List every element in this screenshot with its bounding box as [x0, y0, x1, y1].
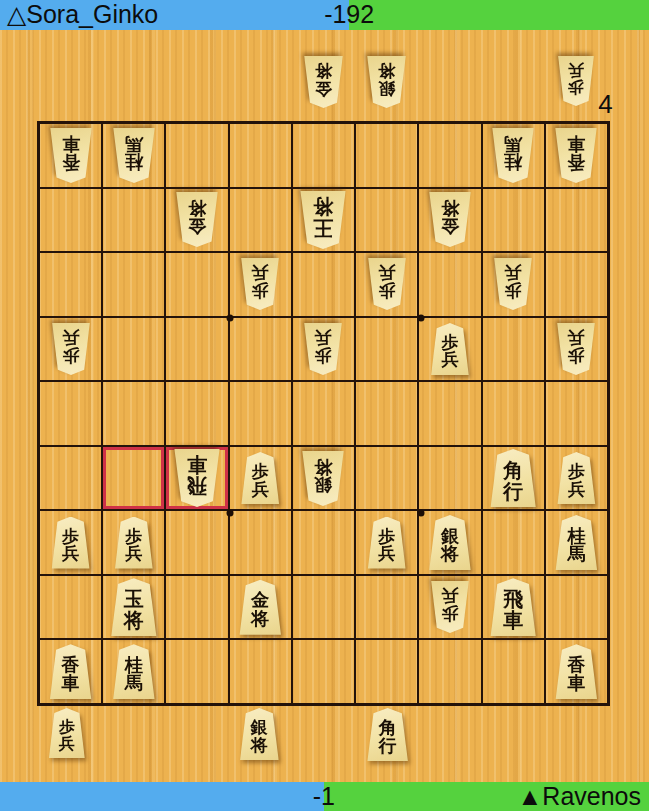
board-cell[interactable]: [545, 252, 608, 317]
piece-kanji: 馬: [125, 134, 143, 152]
piece-sente-pawn[interactable]: 歩兵: [51, 517, 91, 569]
piece-kanji: 金: [315, 80, 332, 97]
piece-kanji: 兵: [568, 481, 585, 498]
gote-player-name: △Sora_Ginko: [7, 0, 158, 29]
piece-face: 飛車: [489, 578, 537, 636]
board-cell[interactable]: [545, 381, 608, 446]
piece-gote-king[interactable]: 王将: [299, 191, 347, 249]
board-cell[interactable]: 香車: [545, 123, 608, 188]
sente-hand-piece-bishop[interactable]: 角行: [366, 708, 409, 761]
board-cell[interactable]: [39, 252, 102, 317]
board-cell[interactable]: 銀将: [418, 510, 481, 575]
piece-face: 金将: [238, 580, 282, 635]
sente-hand-piece-silver[interactable]: 銀将: [239, 708, 280, 760]
board-cell[interactable]: [482, 188, 545, 253]
piece-kanji: 将: [313, 197, 333, 217]
piece-kanji: 歩: [252, 282, 269, 299]
board-cell[interactable]: 歩兵: [545, 317, 608, 382]
piece-sente-pawn[interactable]: 歩兵: [430, 323, 470, 375]
piece-kanji: 歩: [378, 528, 395, 545]
piece-face: 飛車: [173, 449, 221, 507]
piece-face: 歩兵: [51, 517, 91, 569]
piece-kanji: 香: [567, 656, 585, 674]
gote-hand-piece-gold[interactable]: 金将: [303, 56, 344, 108]
piece-kanji: 角: [503, 460, 523, 480]
piece-face: 香車: [49, 128, 93, 183]
piece-kanji: 兵: [568, 62, 584, 78]
piece-gote-knight[interactable]: 桂馬: [112, 128, 156, 183]
board-cell[interactable]: [229, 188, 292, 253]
board-cell[interactable]: [229, 123, 292, 188]
board-cell[interactable]: [355, 188, 418, 253]
piece-kanji: 銀: [441, 527, 459, 545]
piece-face: 歩兵: [430, 581, 470, 633]
board-cell[interactable]: [165, 381, 228, 446]
board-cell[interactable]: [418, 123, 481, 188]
piece-gote-gold[interactable]: 金将: [175, 192, 219, 247]
piece-face: 金将: [175, 192, 219, 247]
piece-kanji: 馬: [504, 134, 522, 152]
piece-kanji: 車: [503, 610, 523, 630]
piece-face: 桂馬: [491, 128, 535, 183]
piece-gote-rook[interactable]: 飛車: [173, 449, 221, 507]
board-cell[interactable]: [229, 510, 292, 575]
piece-kanji: 兵: [441, 587, 458, 604]
board-cell[interactable]: [165, 510, 228, 575]
board-cell[interactable]: [165, 639, 228, 704]
hoshi-dot: [418, 510, 425, 517]
piece-kanji: 兵: [378, 265, 395, 282]
sente-player-name: ▲Ravenos: [518, 782, 641, 811]
board-cell[interactable]: [165, 317, 228, 382]
piece-face: 角行: [366, 708, 409, 761]
piece-kanji: 兵: [62, 545, 79, 562]
piece-face: 歩兵: [48, 708, 86, 758]
piece-kanji: 兵: [125, 545, 142, 562]
piece-face: 歩兵: [240, 258, 280, 310]
piece-kanji: 金: [441, 217, 459, 235]
piece-face: 桂馬: [112, 128, 156, 183]
piece-kanji: 車: [567, 134, 585, 152]
piece-kanji: 兵: [505, 265, 522, 282]
piece-gote-silver[interactable]: 銀将: [366, 56, 407, 108]
piece-sente-pawn[interactable]: 歩兵: [556, 452, 596, 504]
board-cell[interactable]: [355, 317, 418, 382]
piece-gote-gold[interactable]: 金将: [428, 192, 472, 247]
piece-kanji: 香: [567, 153, 585, 171]
piece-kanji: 車: [187, 455, 207, 475]
board-cell[interactable]: [102, 188, 165, 253]
board-cell[interactable]: [165, 575, 228, 640]
piece-kanji: 歩: [315, 346, 332, 363]
piece-kanji: 歩: [505, 282, 522, 299]
piece-face: 歩兵: [557, 56, 595, 106]
board-cell[interactable]: [39, 446, 102, 511]
board-cell[interactable]: 歩兵: [229, 252, 292, 317]
piece-kanji: 桂: [567, 527, 585, 545]
piece-kanji: 歩: [125, 528, 142, 545]
piece-gote-gold[interactable]: 金将: [303, 56, 344, 108]
piece-kanji: 将: [441, 545, 459, 563]
piece-kanji: 飛: [187, 476, 207, 496]
piece-kanji: 将: [314, 457, 332, 475]
piece-sente-silver[interactable]: 銀将: [428, 515, 472, 570]
piece-kanji: 兵: [315, 329, 332, 346]
piece-kanji: 車: [62, 674, 80, 692]
piece-kanji: 歩: [441, 334, 458, 351]
board-cell[interactable]: [545, 575, 608, 640]
board-cell[interactable]: [418, 252, 481, 317]
board-cell[interactable]: 香車: [39, 639, 102, 704]
board-cell[interactable]: 歩兵: [292, 317, 355, 382]
piece-sente-rook[interactable]: 飛車: [489, 578, 537, 636]
board-cell[interactable]: [355, 575, 418, 640]
board-cell[interactable]: 王将: [292, 188, 355, 253]
board-cell[interactable]: [418, 446, 481, 511]
board-cell[interactable]: 金将: [418, 188, 481, 253]
piece-sente-knight[interactable]: 桂馬: [554, 515, 598, 570]
board-cell[interactable]: 歩兵: [355, 252, 418, 317]
board-cell[interactable]: [292, 123, 355, 188]
board-cell[interactable]: [229, 317, 292, 382]
piece-face: 香車: [554, 128, 598, 183]
board-cell[interactable]: 角行: [482, 446, 545, 511]
board-cell[interactable]: [355, 381, 418, 446]
piece-face: 香車: [554, 644, 598, 699]
piece-kanji: 将: [315, 62, 332, 79]
piece-kanji: 銀: [378, 80, 395, 97]
board-cell[interactable]: [355, 639, 418, 704]
piece-face: 歩兵: [556, 323, 596, 375]
board-cell[interactable]: [229, 381, 292, 446]
piece-face: 歩兵: [430, 323, 470, 375]
board-cell[interactable]: 歩兵: [39, 317, 102, 382]
board-cell[interactable]: 桂馬: [102, 639, 165, 704]
piece-face: 歩兵: [51, 323, 91, 375]
piece-kanji: 歩: [378, 282, 395, 299]
sente-hand-piece-pawn[interactable]: 歩兵: [48, 708, 86, 758]
board-cell[interactable]: 飛車: [482, 575, 545, 640]
piece-kanji: 将: [188, 199, 206, 217]
piece-face: 王将: [299, 191, 347, 249]
piece-gote-silver[interactable]: 銀将: [301, 451, 345, 506]
piece-kanji: 銀: [251, 719, 268, 736]
piece-kanji: 金: [188, 217, 206, 235]
board-cell[interactable]: [102, 252, 165, 317]
sente-eval-score: -1: [313, 782, 335, 811]
board-cell[interactable]: 銀将: [292, 446, 355, 511]
board-cell[interactable]: [292, 639, 355, 704]
board-cell[interactable]: [292, 510, 355, 575]
board-cell[interactable]: [39, 381, 102, 446]
board-cell[interactable]: 歩兵: [102, 510, 165, 575]
board-cell[interactable]: 金将: [229, 575, 292, 640]
board-cell[interactable]: [292, 252, 355, 317]
piece-kanji: 飛: [503, 589, 523, 609]
piece-sente-pawn[interactable]: 歩兵: [367, 517, 407, 569]
piece-kanji: 桂: [125, 153, 143, 171]
piece-gote-pawn[interactable]: 歩兵: [51, 323, 91, 375]
piece-sente-silver[interactable]: 銀将: [239, 708, 280, 760]
board-cell[interactable]: 歩兵: [418, 317, 481, 382]
board-cell[interactable]: 歩兵: [418, 575, 481, 640]
piece-kanji: 歩: [568, 463, 585, 480]
piece-gote-pawn[interactable]: 歩兵: [430, 581, 470, 633]
piece-kanji: 将: [441, 199, 459, 217]
piece-kanji: 歩: [568, 346, 585, 363]
board-cell[interactable]: 玉将: [102, 575, 165, 640]
piece-face: 歩兵: [114, 517, 154, 569]
board-cell[interactable]: 香車: [39, 123, 102, 188]
piece-kanji: 歩: [59, 719, 75, 735]
board-cell[interactable]: 桂馬: [102, 123, 165, 188]
sente-eval-bar: ▲Ravenos -1: [0, 782, 649, 811]
piece-sente-lance[interactable]: 香車: [554, 644, 598, 699]
piece-kanji: 馬: [567, 545, 585, 563]
piece-kanji: 将: [124, 610, 144, 630]
piece-sente-bishop[interactable]: 角行: [366, 708, 409, 761]
piece-face: 銀将: [301, 451, 345, 506]
piece-kanji: 行: [379, 737, 397, 755]
piece-face: 歩兵: [240, 452, 280, 504]
board-cell[interactable]: 歩兵: [229, 446, 292, 511]
piece-kanji: 馬: [125, 674, 143, 692]
piece-kanji: 兵: [62, 329, 79, 346]
piece-kanji: 桂: [504, 153, 522, 171]
piece-kanji: 香: [62, 656, 80, 674]
piece-kanji: 将: [378, 62, 395, 79]
piece-sente-pawn[interactable]: 歩兵: [114, 517, 154, 569]
piece-kanji: 桂: [125, 656, 143, 674]
board-cell[interactable]: [229, 639, 292, 704]
piece-face: 歩兵: [303, 323, 343, 375]
piece-kanji: 歩: [252, 463, 269, 480]
board-cell[interactable]: [482, 317, 545, 382]
piece-kanji: 兵: [252, 265, 269, 282]
board-cell[interactable]: [482, 639, 545, 704]
piece-face: 歩兵: [493, 258, 533, 310]
board-cell[interactable]: 金将: [165, 188, 228, 253]
board-cell[interactable]: [355, 446, 418, 511]
piece-face: 桂馬: [554, 515, 598, 570]
piece-sente-bishop[interactable]: 角行: [489, 449, 537, 507]
piece-kanji: 王: [313, 217, 333, 237]
piece-kanji: 兵: [252, 481, 269, 498]
piece-gote-pawn[interactable]: 歩兵: [493, 258, 533, 310]
piece-gote-pawn[interactable]: 歩兵: [303, 323, 343, 375]
piece-kanji: 車: [62, 134, 80, 152]
hoshi-dot: [227, 315, 234, 322]
gote-eval-score: -192: [324, 0, 374, 29]
piece-sente-pawn[interactable]: 歩兵: [48, 708, 86, 758]
piece-sente-gold[interactable]: 金将: [238, 580, 282, 635]
board-cell[interactable]: 香車: [545, 639, 608, 704]
piece-face: 歩兵: [556, 452, 596, 504]
piece-face: 金将: [428, 192, 472, 247]
gote-eval-bar: △Sora_Ginko -192: [0, 0, 649, 30]
shogi-board: 香車桂馬桂馬香車金将王将金将歩兵歩兵歩兵歩兵歩兵歩兵歩兵飛車歩兵銀将角行歩兵歩兵…: [37, 121, 610, 706]
piece-kanji: 角: [379, 719, 397, 737]
board-cell[interactable]: [482, 510, 545, 575]
piece-gote-knight[interactable]: 桂馬: [491, 128, 535, 183]
board-cell[interactable]: 飛車: [165, 446, 228, 511]
piece-sente-pawn[interactable]: 歩兵: [240, 452, 280, 504]
piece-kanji: 歩: [441, 605, 458, 622]
piece-kanji: 行: [503, 481, 523, 501]
piece-face: 香車: [49, 644, 93, 699]
piece-gote-pawn[interactable]: 歩兵: [367, 258, 407, 310]
hand-piece-count: 4: [598, 91, 612, 117]
piece-kanji: 兵: [441, 351, 458, 368]
piece-sente-lance[interactable]: 香車: [49, 644, 93, 699]
piece-face: 銀将: [239, 708, 280, 760]
hoshi-dot: [418, 315, 425, 322]
piece-face: 銀将: [366, 56, 407, 108]
piece-gote-lance[interactable]: 香車: [554, 128, 598, 183]
piece-face: 桂馬: [112, 644, 156, 699]
board-cell[interactable]: 歩兵: [482, 252, 545, 317]
board-cell[interactable]: [355, 123, 418, 188]
board-cell[interactable]: [102, 317, 165, 382]
board-cell[interactable]: [102, 446, 165, 511]
piece-kanji: 銀: [314, 476, 332, 494]
piece-kanji: 歩: [568, 79, 584, 95]
piece-kanji: 車: [567, 674, 585, 692]
piece-kanji: 歩: [62, 528, 79, 545]
piece-kanji: 兵: [378, 545, 395, 562]
hoshi-dot: [227, 510, 234, 517]
board-cell[interactable]: [292, 575, 355, 640]
board-cell[interactable]: 歩兵: [545, 446, 608, 511]
piece-kanji: 金: [251, 591, 269, 609]
board-cell[interactable]: [292, 381, 355, 446]
piece-gote-pawn[interactable]: 歩兵: [556, 323, 596, 375]
piece-gote-pawn[interactable]: 歩兵: [557, 56, 595, 106]
piece-kanji: 将: [251, 737, 268, 754]
board-cell[interactable]: [545, 188, 608, 253]
gote-hand-piece-silver[interactable]: 銀将: [366, 56, 407, 108]
board-cell[interactable]: [39, 188, 102, 253]
board-cell[interactable]: 歩兵: [39, 510, 102, 575]
piece-kanji: 兵: [568, 329, 585, 346]
piece-face: 歩兵: [367, 517, 407, 569]
board-cell[interactable]: [482, 381, 545, 446]
piece-face: 銀将: [428, 515, 472, 570]
piece-sente-knight[interactable]: 桂馬: [112, 644, 156, 699]
piece-kanji: 兵: [59, 736, 75, 752]
gote-hand-piece-pawn[interactable]: 歩兵4: [557, 56, 595, 106]
board-cell[interactable]: 桂馬: [482, 123, 545, 188]
board-cell[interactable]: 桂馬: [545, 510, 608, 575]
board-cell[interactable]: [165, 252, 228, 317]
piece-face: 玉将: [110, 578, 158, 636]
board-cell[interactable]: [102, 381, 165, 446]
piece-face: 歩兵: [367, 258, 407, 310]
piece-kanji: 香: [62, 153, 80, 171]
piece-kanji: 将: [251, 610, 269, 628]
piece-gote-pawn[interactable]: 歩兵: [240, 258, 280, 310]
piece-face: 角行: [489, 449, 537, 507]
piece-sente-king[interactable]: 玉将: [110, 578, 158, 636]
piece-gote-lance[interactable]: 香車: [49, 128, 93, 183]
board-cell[interactable]: [418, 639, 481, 704]
board-cell[interactable]: [165, 123, 228, 188]
board-cell[interactable]: [418, 381, 481, 446]
piece-kanji: 歩: [62, 346, 79, 363]
piece-face: 金将: [303, 56, 344, 108]
board-cell[interactable]: [39, 575, 102, 640]
sente-eval-bar-blue-fill: [0, 782, 324, 811]
board-cell[interactable]: 歩兵: [355, 510, 418, 575]
piece-kanji: 玉: [124, 589, 144, 609]
